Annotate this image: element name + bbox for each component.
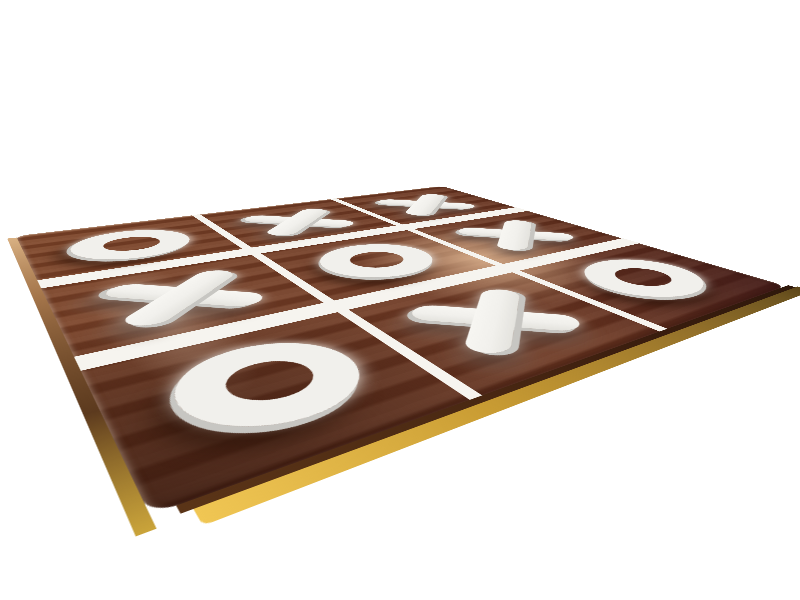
o-piece — [153, 331, 392, 449]
board-cells — [16, 186, 786, 515]
photo-background — [0, 0, 800, 600]
o-piece — [301, 239, 454, 285]
o-piece — [561, 254, 728, 306]
x-piece-bar — [496, 220, 532, 251]
o-piece — [62, 225, 203, 266]
x-piece-bar — [463, 289, 521, 356]
tic-tac-toe-board — [16, 186, 786, 515]
